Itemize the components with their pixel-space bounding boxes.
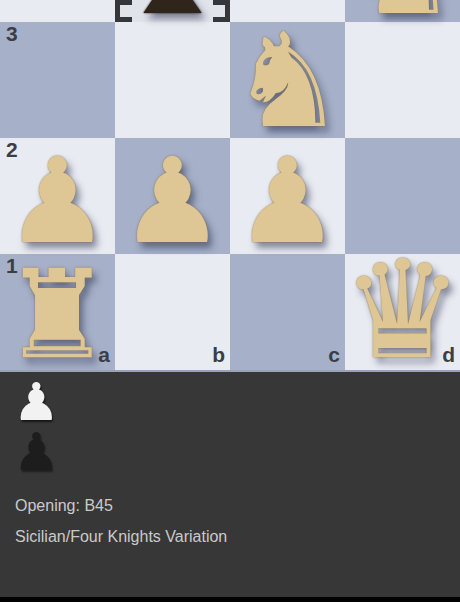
square-b4[interactable]: ♝ — [115, 0, 230, 22]
piece-white-pawn-c2[interactable]: ♟ — [235, 142, 341, 260]
square-a4[interactable] — [0, 0, 115, 22]
piece-white-pawn-a2[interactable]: ♟ — [5, 142, 111, 260]
opening-variation-label: Sicilian/Four Knights Variation — [15, 529, 227, 545]
file-label-a: a — [98, 344, 110, 365]
square-a3[interactable]: 3 — [0, 22, 115, 138]
square-c2[interactable]: ♟ — [230, 138, 345, 254]
bottom-bar — [0, 597, 460, 602]
square-a2[interactable]: 2♟ — [0, 138, 115, 254]
chess-board[interactable]: ♝♞3♞2♟♟♟1a♜bcd♛ — [0, 0, 460, 370]
square-c3[interactable]: ♞ — [230, 22, 345, 138]
chess-app-screen: ♝♞3♞2♟♟♟1a♜bcd♛ ♟ ♟ Opening: B45 Sicilia… — [0, 0, 460, 602]
piece-white-pawn-b2[interactable]: ♟ — [120, 142, 226, 260]
rank-label-3: 3 — [6, 23, 18, 44]
piece-black-bishop-b4[interactable]: ♝ — [117, 0, 228, 32]
square-c1[interactable]: c — [230, 254, 345, 370]
info-panel: ♟ ♟ Opening: B45 Sicilian/Four Knights V… — [0, 370, 460, 597]
square-d3[interactable] — [345, 22, 460, 138]
piece-white-rook-a1[interactable]: ♜ — [3, 254, 112, 370]
square-a1[interactable]: 1a♜ — [0, 254, 115, 370]
square-d4[interactable]: ♞ — [345, 0, 460, 22]
square-d1[interactable]: d♛ — [345, 254, 460, 370]
file-label-c: c — [328, 344, 340, 365]
square-b1[interactable]: b — [115, 254, 230, 370]
file-label-b: b — [212, 344, 225, 365]
opening-eco-label: Opening: B45 — [15, 498, 113, 514]
file-label-d: d — [442, 344, 455, 365]
captured-white-pawn-icon: ♟ — [13, 376, 60, 428]
square-b2[interactable]: ♟ — [115, 138, 230, 254]
captured-black-pawn-icon: ♟ — [13, 426, 60, 478]
piece-white-knight-d4[interactable]: ♞ — [347, 0, 458, 32]
piece-white-knight-c3[interactable]: ♞ — [229, 16, 346, 146]
square-b3[interactable] — [115, 22, 230, 138]
